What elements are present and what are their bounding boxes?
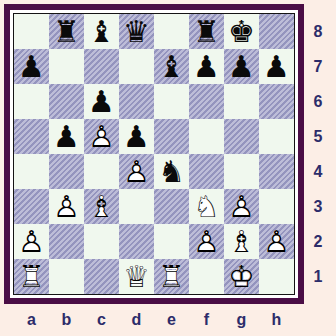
white-pawn-icon: ♙ [119, 154, 154, 189]
black-pawn-icon: ♟ [49, 119, 84, 154]
square-b1[interactable] [49, 259, 84, 294]
white-piece-fill: ♟ [259, 224, 294, 259]
rank-label-4: 4 [304, 154, 332, 189]
square-g7[interactable]: ♟ [224, 49, 259, 84]
black-pawn-icon: ♟ [14, 49, 49, 84]
square-f5[interactable] [189, 119, 224, 154]
square-c5[interactable]: ♟♙ [84, 119, 119, 154]
square-c2[interactable] [84, 224, 119, 259]
white-king-icon: ♔ [224, 259, 259, 294]
square-h4[interactable] [259, 154, 294, 189]
white-pawn-icon: ♙ [14, 224, 49, 259]
square-d1[interactable]: ♛♕ [119, 259, 154, 294]
square-d7[interactable] [119, 49, 154, 84]
black-pawn-icon: ♟ [119, 119, 154, 154]
file-label-e: e [154, 306, 189, 334]
square-b7[interactable] [49, 49, 84, 84]
square-e7[interactable]: ♝ [154, 49, 189, 84]
square-c1[interactable] [84, 259, 119, 294]
square-h7[interactable]: ♟ [259, 49, 294, 84]
white-pawn-icon: ♙ [49, 189, 84, 224]
square-g2[interactable]: ♝♗ [224, 224, 259, 259]
square-g5[interactable] [224, 119, 259, 154]
square-c6[interactable]: ♟ [84, 84, 119, 119]
black-knight-icon: ♞ [154, 154, 189, 189]
rank-label-2: 2 [304, 224, 332, 259]
square-a3[interactable] [14, 189, 49, 224]
square-a6[interactable] [14, 84, 49, 119]
chess-board-border: ♜♝♛♜♚♟♝♟♟♟♟♟♟♙♟♟♙♞♟♙♝♗♞♘♟♙♟♙♟♙♝♗♟♙♜♖♛♕♜♖… [13, 13, 295, 295]
square-f4[interactable] [189, 154, 224, 189]
white-pawn-icon: ♙ [224, 189, 259, 224]
black-rook-icon: ♜ [189, 14, 224, 49]
square-f8[interactable]: ♜ [189, 14, 224, 49]
white-bishop-icon: ♗ [224, 224, 259, 259]
square-h2[interactable]: ♟♙ [259, 224, 294, 259]
white-piece-fill: ♟ [189, 224, 224, 259]
black-pawn-icon: ♟ [189, 49, 224, 84]
white-pawn-icon: ♙ [259, 224, 294, 259]
rank-label-3: 3 [304, 189, 332, 224]
square-h3[interactable] [259, 189, 294, 224]
black-king-icon: ♚ [224, 14, 259, 49]
square-f6[interactable] [189, 84, 224, 119]
file-label-c: c [84, 306, 119, 334]
square-h1[interactable] [259, 259, 294, 294]
white-piece-fill: ♟ [84, 119, 119, 154]
square-a4[interactable] [14, 154, 49, 189]
square-e8[interactable] [154, 14, 189, 49]
black-queen-icon: ♛ [119, 14, 154, 49]
square-f2[interactable]: ♟♙ [189, 224, 224, 259]
square-a2[interactable]: ♟♙ [14, 224, 49, 259]
square-f7[interactable]: ♟ [189, 49, 224, 84]
square-g3[interactable]: ♟♙ [224, 189, 259, 224]
square-b2[interactable] [49, 224, 84, 259]
white-piece-fill: ♟ [119, 154, 154, 189]
rank-label-7: 7 [304, 49, 332, 84]
square-b3[interactable]: ♟♙ [49, 189, 84, 224]
white-rook-icon: ♖ [14, 259, 49, 294]
white-bishop-icon: ♗ [84, 189, 119, 224]
chess-board-frame: ♜♝♛♜♚♟♝♟♟♟♟♟♟♙♟♟♙♞♟♙♝♗♞♘♟♙♟♙♟♙♝♗♟♙♜♖♛♕♜♖… [4, 4, 304, 304]
white-pawn-icon: ♙ [84, 119, 119, 154]
black-bishop-icon: ♝ [154, 49, 189, 84]
square-b6[interactable] [49, 84, 84, 119]
square-e3[interactable] [154, 189, 189, 224]
square-c3[interactable]: ♝♗ [84, 189, 119, 224]
square-g4[interactable] [224, 154, 259, 189]
square-h5[interactable] [259, 119, 294, 154]
square-a1[interactable]: ♜♖ [14, 259, 49, 294]
square-g1[interactable]: ♚♔ [224, 259, 259, 294]
square-h8[interactable] [259, 14, 294, 49]
black-pawn-icon: ♟ [224, 49, 259, 84]
white-piece-fill: ♟ [49, 189, 84, 224]
square-e2[interactable] [154, 224, 189, 259]
square-f3[interactable]: ♞♘ [189, 189, 224, 224]
square-e4[interactable]: ♞ [154, 154, 189, 189]
white-piece-fill: ♚ [224, 259, 259, 294]
square-h6[interactable] [259, 84, 294, 119]
square-c7[interactable] [84, 49, 119, 84]
rank-label-5: 5 [304, 119, 332, 154]
white-piece-fill: ♟ [14, 224, 49, 259]
square-d8[interactable]: ♛ [119, 14, 154, 49]
square-g6[interactable] [224, 84, 259, 119]
white-piece-fill: ♟ [224, 189, 259, 224]
file-label-a: a [14, 306, 49, 334]
black-pawn-icon: ♟ [84, 84, 119, 119]
file-label-d: d [119, 306, 154, 334]
square-c8[interactable]: ♝ [84, 14, 119, 49]
black-rook-icon: ♜ [49, 14, 84, 49]
file-label-g: g [224, 306, 259, 334]
square-c4[interactable] [84, 154, 119, 189]
square-b4[interactable] [49, 154, 84, 189]
square-d3[interactable] [119, 189, 154, 224]
white-piece-fill: ♝ [84, 189, 119, 224]
file-label-b: b [49, 306, 84, 334]
square-a7[interactable]: ♟ [14, 49, 49, 84]
rank-label-1: 1 [304, 259, 332, 294]
square-f1[interactable] [189, 259, 224, 294]
square-a5[interactable] [14, 119, 49, 154]
black-bishop-icon: ♝ [84, 14, 119, 49]
square-e5[interactable] [154, 119, 189, 154]
square-b8[interactable]: ♜ [49, 14, 84, 49]
white-queen-icon: ♕ [119, 259, 154, 294]
white-pawn-icon: ♙ [189, 224, 224, 259]
file-label-f: f [189, 306, 224, 334]
square-a8[interactable] [14, 14, 49, 49]
rank-label-8: 8 [304, 14, 332, 49]
white-piece-fill: ♝ [224, 224, 259, 259]
square-e6[interactable] [154, 84, 189, 119]
square-b5[interactable]: ♟ [49, 119, 84, 154]
white-piece-fill: ♛ [119, 259, 154, 294]
white-piece-fill: ♜ [14, 259, 49, 294]
square-d2[interactable] [119, 224, 154, 259]
square-g8[interactable]: ♚ [224, 14, 259, 49]
square-d6[interactable] [119, 84, 154, 119]
square-d4[interactable]: ♟♙ [119, 154, 154, 189]
chess-board[interactable]: ♜♝♛♜♚♟♝♟♟♟♟♟♟♙♟♟♙♞♟♙♝♗♞♘♟♙♟♙♟♙♝♗♟♙♜♖♛♕♜♖… [14, 14, 294, 294]
white-knight-icon: ♘ [189, 189, 224, 224]
file-label-h: h [259, 306, 294, 334]
square-d5[interactable]: ♟ [119, 119, 154, 154]
rank-label-6: 6 [304, 84, 332, 119]
white-piece-fill: ♞ [189, 189, 224, 224]
chess-diagram-page: ♜♝♛♜♚♟♝♟♟♟♟♟♟♙♟♟♙♞♟♙♝♗♞♘♟♙♟♙♟♙♝♗♟♙♜♖♛♕♜♖… [0, 0, 336, 336]
white-piece-fill: ♜ [154, 259, 189, 294]
black-pawn-icon: ♟ [259, 49, 294, 84]
white-rook-icon: ♖ [154, 259, 189, 294]
square-e1[interactable]: ♜♖ [154, 259, 189, 294]
